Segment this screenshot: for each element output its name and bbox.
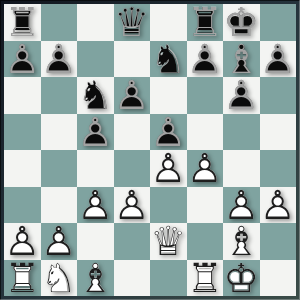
square-d3[interactable]: ♟♙: [114, 187, 151, 224]
piece-black-queen[interactable]: ♛♕: [114, 4, 151, 41]
square-c8[interactable]: [77, 4, 114, 41]
square-d1[interactable]: [114, 260, 151, 297]
square-g1[interactable]: ♚♔: [223, 260, 260, 297]
board-frame: ♜♖♛♕♜♖♚♔♟♙♟♙♞♘♟♙♝♗♟♙♞♘♟♙♟♙♟♙♟♙♟♙♟♙♟♙♟♙♟♙…: [0, 0, 300, 300]
white-pawn-outline-icon: ♙: [260, 187, 297, 224]
square-c3[interactable]: ♟♙: [77, 187, 114, 224]
white-pawn-outline-icon: ♙: [150, 150, 187, 187]
piece-black-pawn[interactable]: ♟♙: [41, 41, 78, 78]
white-pawn-outline-icon: ♙: [77, 187, 114, 224]
black-pawn-outline-icon: ♙: [260, 41, 297, 78]
square-a1[interactable]: ♜♖: [4, 260, 41, 297]
square-h5[interactable]: [260, 114, 297, 151]
square-d5[interactable]: [114, 114, 151, 151]
white-pawn-outline-icon: ♙: [114, 187, 151, 224]
square-a7[interactable]: ♟♙: [4, 41, 41, 78]
piece-black-knight[interactable]: ♞♘: [150, 41, 187, 78]
white-queen-outline-icon: ♕: [150, 223, 187, 260]
square-h3[interactable]: ♟♙: [260, 187, 297, 224]
square-a5[interactable]: [4, 114, 41, 151]
black-pawn-outline-icon: ♙: [4, 41, 41, 78]
piece-white-knight[interactable]: ♞♘: [41, 260, 78, 297]
white-rook-outline-icon: ♖: [4, 260, 41, 297]
square-e4[interactable]: ♟♙: [150, 150, 187, 187]
square-d6[interactable]: ♟♙: [114, 77, 151, 114]
black-queen-outline-icon: ♕: [114, 4, 151, 41]
piece-white-rook[interactable]: ♜♖: [187, 260, 224, 297]
square-b4[interactable]: [41, 150, 78, 187]
white-bishop-outline-icon: ♗: [77, 260, 114, 297]
square-a6[interactable]: [4, 77, 41, 114]
piece-white-pawn[interactable]: ♟♙: [77, 187, 114, 224]
chess-board: ♜♖♛♕♜♖♚♔♟♙♟♙♞♘♟♙♝♗♟♙♞♘♟♙♟♙♟♙♟♙♟♙♟♙♟♙♟♙♟♙…: [4, 4, 296, 296]
piece-white-pawn[interactable]: ♟♙: [114, 187, 151, 224]
piece-white-pawn[interactable]: ♟♙: [150, 150, 187, 187]
piece-white-queen[interactable]: ♛♕: [150, 223, 187, 260]
square-c1[interactable]: ♝♗: [77, 260, 114, 297]
piece-white-rook[interactable]: ♜♖: [4, 260, 41, 297]
square-h6[interactable]: [260, 77, 297, 114]
square-b6[interactable]: [41, 77, 78, 114]
piece-black-pawn[interactable]: ♟♙: [260, 41, 297, 78]
square-f6[interactable]: [187, 77, 224, 114]
black-knight-outline-icon: ♘: [150, 41, 187, 78]
white-king-outline-icon: ♔: [223, 260, 260, 297]
square-b5[interactable]: [41, 114, 78, 151]
piece-black-pawn[interactable]: ♟♙: [114, 77, 151, 114]
square-f7[interactable]: ♟♙: [187, 41, 224, 78]
black-pawn-outline-icon: ♙: [223, 77, 260, 114]
square-g6[interactable]: ♟♙: [223, 77, 260, 114]
square-f4[interactable]: ♟♙: [187, 150, 224, 187]
white-pawn-outline-icon: ♙: [187, 150, 224, 187]
piece-white-king[interactable]: ♚♔: [223, 260, 260, 297]
piece-white-pawn[interactable]: ♟♙: [187, 150, 224, 187]
square-e1[interactable]: [150, 260, 187, 297]
piece-black-pawn[interactable]: ♟♙: [223, 77, 260, 114]
black-pawn-outline-icon: ♙: [41, 41, 78, 78]
square-b7[interactable]: ♟♙: [41, 41, 78, 78]
square-h2[interactable]: [260, 223, 297, 260]
white-knight-outline-icon: ♘: [41, 260, 78, 297]
square-d2[interactable]: [114, 223, 151, 260]
piece-white-bishop[interactable]: ♝♗: [77, 260, 114, 297]
black-pawn-outline-icon: ♙: [187, 41, 224, 78]
square-b1[interactable]: ♞♘: [41, 260, 78, 297]
square-c5[interactable]: ♟♙: [77, 114, 114, 151]
square-h7[interactable]: ♟♙: [260, 41, 297, 78]
square-f3[interactable]: [187, 187, 224, 224]
square-e7[interactable]: ♞♘: [150, 41, 187, 78]
square-h1[interactable]: [260, 260, 297, 297]
piece-black-pawn[interactable]: ♟♙: [187, 41, 224, 78]
square-e2[interactable]: ♛♕: [150, 223, 187, 260]
black-pawn-outline-icon: ♙: [77, 114, 114, 151]
square-g5[interactable]: [223, 114, 260, 151]
square-f1[interactable]: ♜♖: [187, 260, 224, 297]
piece-black-pawn[interactable]: ♟♙: [4, 41, 41, 78]
square-d8[interactable]: ♛♕: [114, 4, 151, 41]
piece-white-pawn[interactable]: ♟♙: [260, 187, 297, 224]
white-rook-outline-icon: ♖: [187, 260, 224, 297]
square-a4[interactable]: [4, 150, 41, 187]
black-pawn-outline-icon: ♙: [114, 77, 151, 114]
piece-black-pawn[interactable]: ♟♙: [77, 114, 114, 151]
